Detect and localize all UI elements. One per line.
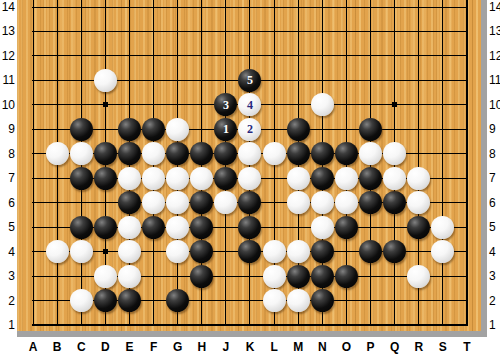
stone-white-M6[interactable] [287,191,310,214]
stone-black-O5[interactable] [335,216,358,239]
stone-white-G9[interactable] [166,118,189,141]
stone-white-D3[interactable] [94,265,117,288]
row-label-right-4: 4 [489,244,500,260]
row-label-left-10: 10 [0,97,15,113]
col-label-K: K [242,340,258,354]
col-label-O: O [338,340,354,354]
stone-black-H3[interactable] [190,265,213,288]
col-label-J: J [218,340,234,354]
col-label-M: M [290,340,306,354]
stone-black-D2[interactable] [94,289,117,312]
stone-white-S5[interactable] [431,216,454,239]
row-label-left-8: 8 [0,146,15,162]
stone-white-E4[interactable] [118,240,141,263]
stone-white-C2[interactable] [70,289,93,312]
stone-white-B4[interactable] [46,240,69,263]
star-point-D4 [103,249,108,254]
col-label-D: D [97,340,113,354]
stone-white-Q7[interactable] [383,167,406,190]
stone-white-L2[interactable] [263,289,286,312]
stone-black-F5[interactable] [142,216,165,239]
stone-white-E7[interactable] [118,167,141,190]
stone-black-N3[interactable] [311,265,334,288]
row-label-left-12: 12 [0,48,15,64]
row-label-left-1: 1 [0,317,15,333]
stone-black-N7[interactable] [311,167,334,190]
stone-black-E9[interactable] [118,118,141,141]
row-label-left-11: 11 [0,72,15,88]
row-label-right-2: 2 [489,293,500,309]
row-label-right-6: 6 [489,195,500,211]
stone-black-M9[interactable] [287,118,310,141]
row-label-left-9: 9 [0,121,15,137]
row-label-left-14: 14 [0,0,15,15]
row-label-right-14: 14 [489,0,500,15]
stone-black-E6[interactable] [118,191,141,214]
stone-white-F7[interactable] [142,167,165,190]
col-label-G: G [170,340,186,354]
stone-black-R5[interactable] [407,216,430,239]
stone-black-M8[interactable] [287,142,310,165]
stone-white-R3[interactable] [407,265,430,288]
stone-white-G5[interactable] [166,216,189,239]
stone-black-P4[interactable] [359,240,382,263]
stone-black-J7[interactable] [214,167,237,190]
stone-black-N4[interactable] [311,240,334,263]
stone-white-C4[interactable] [70,240,93,263]
stone-white-D11[interactable] [94,69,117,92]
stone-white-C8[interactable] [70,142,93,165]
col-label-R: R [411,340,427,354]
go-board[interactable]: 53142 [17,0,487,337]
row-label-right-5: 5 [489,219,500,235]
row-label-right-11: 11 [489,72,500,88]
stone-black-N2[interactable] [311,289,334,312]
stone-black-D7[interactable] [94,167,117,190]
row-label-left-2: 2 [0,293,15,309]
row-label-left-13: 13 [0,23,15,39]
stone-white-G7[interactable] [166,167,189,190]
row-label-right-7: 7 [489,170,500,186]
move-number-3: 3 [223,99,229,111]
col-label-L: L [266,340,282,354]
stone-white-O7[interactable] [335,167,358,190]
row-label-left-5: 5 [0,219,15,235]
row-label-right-13: 13 [489,23,500,39]
stone-white-R7[interactable] [407,167,430,190]
stone-black-P9[interactable] [359,118,382,141]
stone-black-O3[interactable] [335,265,358,288]
stone-white-M7[interactable] [287,167,310,190]
go-diagram: 53142 1413121110987654321141312111098765… [0,0,500,356]
col-label-P: P [363,340,379,354]
stone-black-E2[interactable] [118,289,141,312]
col-label-C: C [73,340,89,354]
col-label-B: B [49,340,65,354]
col-label-Q: Q [387,340,403,354]
stone-white-M4[interactable] [287,240,310,263]
star-point-Q10 [392,102,397,107]
row-label-right-9: 9 [489,121,500,137]
stone-black-K5[interactable] [238,216,261,239]
row-label-right-12: 12 [489,48,500,64]
stone-black-C5[interactable] [70,216,93,239]
row-label-left-7: 7 [0,170,15,186]
stone-white-N5[interactable] [311,216,334,239]
stone-white-M2[interactable] [287,289,310,312]
stone-black-D5[interactable] [94,216,117,239]
row-label-right-1: 1 [489,317,500,333]
col-label-A: A [25,340,41,354]
stone-black-P7[interactable] [359,167,382,190]
stone-white-L3[interactable] [263,265,286,288]
move-number-2: 2 [247,123,253,135]
move-number-1: 1 [223,123,229,135]
stone-white-E5[interactable] [118,216,141,239]
stone-white-N6[interactable] [311,191,334,214]
row-label-right-3: 3 [489,268,500,284]
stone-white-B8[interactable] [46,142,69,165]
col-label-E: E [121,340,137,354]
row-label-right-10: 10 [489,97,500,113]
stone-black-F9[interactable] [142,118,165,141]
col-label-N: N [314,340,330,354]
stone-white-H7[interactable] [190,167,213,190]
row-label-right-8: 8 [489,146,500,162]
move-number-5: 5 [247,74,253,86]
stone-white-L4[interactable] [263,240,286,263]
col-label-H: H [194,340,210,354]
stone-black-D8[interactable] [94,142,117,165]
stone-white-E3[interactable] [118,265,141,288]
row-label-left-3: 3 [0,268,15,284]
row-label-left-4: 4 [0,244,15,260]
row-label-left-6: 6 [0,195,15,211]
stone-black-H5[interactable] [190,216,213,239]
stone-black-C9[interactable] [70,118,93,141]
stone-black-M3[interactable] [287,265,310,288]
col-label-S: S [435,340,451,354]
move-number-4: 4 [247,99,253,111]
stone-black-C7[interactable] [70,167,93,190]
star-point-D10 [103,102,108,107]
stone-white-L8[interactable] [263,142,286,165]
stone-black-N8[interactable] [311,142,334,165]
stone-white-O6[interactable] [335,191,358,214]
col-label-F: F [146,340,162,354]
col-label-T: T [459,340,475,354]
